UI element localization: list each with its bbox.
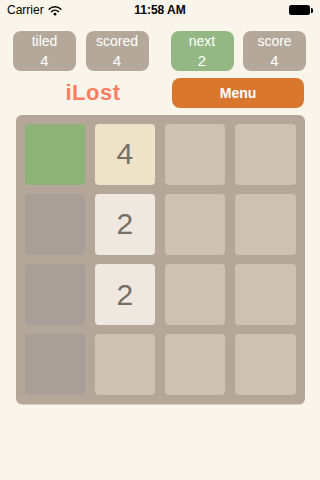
cell-empty-r1c4 xyxy=(235,124,296,185)
stat-value: 4 xyxy=(40,51,48,70)
cell-empty-r4c3 xyxy=(165,334,226,395)
stat-badge-tiled: tiled 4 xyxy=(13,31,76,71)
page-title: iLost xyxy=(65,80,120,105)
stat-badge-next: next 2 xyxy=(171,31,234,71)
cell-dark-r3c1 xyxy=(25,264,86,325)
board[interactable]: 422 xyxy=(16,115,305,404)
menu-button[interactable]: Menu xyxy=(172,78,304,108)
tile-4-r1c2: 4 xyxy=(95,124,156,185)
status-bar-right xyxy=(186,5,313,15)
tile-2-r3c2: 2 xyxy=(95,264,156,325)
cell-empty-r4c4 xyxy=(235,334,296,395)
cell-empty-r2c3 xyxy=(165,194,226,255)
cell-empty-r3c4 xyxy=(235,264,296,325)
status-bar-left: Carrier xyxy=(7,3,134,17)
cell-dark-r2c1 xyxy=(25,194,86,255)
cell-empty-r2c4 xyxy=(235,194,296,255)
cell-empty-r3c3 xyxy=(165,264,226,325)
stat-badge-scored: scored 4 xyxy=(86,31,149,71)
app-screen: Carrier 11:58 AM tiled 4 scored 4 next xyxy=(0,0,320,480)
stat-label: scored xyxy=(96,32,138,51)
stat-label: score xyxy=(257,32,291,51)
header-row: iLost Menu xyxy=(0,78,320,108)
stat-value: 4 xyxy=(113,51,121,70)
title-wrap: iLost xyxy=(0,80,172,106)
wifi-icon xyxy=(48,5,62,16)
stat-value: 2 xyxy=(198,51,206,70)
status-bar: Carrier 11:58 AM xyxy=(0,0,320,20)
stat-badge-score: score 4 xyxy=(243,31,306,71)
cell-empty-r1c3 xyxy=(165,124,226,185)
carrier-label: Carrier xyxy=(7,3,44,17)
cell-dark-r4c1 xyxy=(25,334,86,395)
status-time: 11:58 AM xyxy=(134,3,186,17)
cell-green-r1c1 xyxy=(25,124,86,185)
stat-value: 4 xyxy=(270,51,278,70)
stat-label: tiled xyxy=(32,32,58,51)
stats-row: tiled 4 scored 4 next 2 score 4 xyxy=(0,31,320,71)
tile-2-r2c2: 2 xyxy=(95,194,156,255)
battery-icon xyxy=(289,5,310,15)
cell-empty-r4c2 xyxy=(95,334,156,395)
stat-label: next xyxy=(189,32,215,51)
